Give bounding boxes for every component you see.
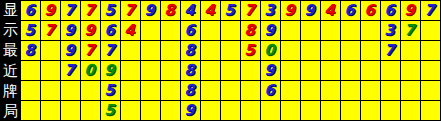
- digit: 9: [84, 23, 94, 38]
- cell-r5-c10: [201, 81, 220, 100]
- cell-r1-c15: 9: [301, 1, 320, 20]
- cell-r5-c11: [221, 81, 240, 100]
- digit: 8: [244, 23, 254, 38]
- cell-r2-c7: [141, 21, 160, 40]
- cell-r3-c21: [421, 41, 440, 60]
- cell-r2-c3: 9: [61, 21, 80, 40]
- cell-r6-c10: [201, 101, 220, 120]
- board-grid: 6977579844573994666975799646893789778507…: [21, 0, 441, 121]
- digit: 6: [364, 3, 374, 18]
- cell-r4-c11: [221, 61, 240, 80]
- cell-r3-c3: 9: [61, 41, 80, 60]
- cell-r3-c10: [201, 41, 220, 60]
- cell-r2-c15: [301, 21, 320, 40]
- digit: 8: [184, 83, 194, 98]
- cell-r4-c10: [201, 61, 220, 80]
- cell-r5-c16: [321, 81, 340, 100]
- cell-r2-c11: [221, 21, 240, 40]
- digit: 6: [384, 3, 394, 18]
- digit: 8: [184, 43, 194, 58]
- cell-r3-c15: [301, 41, 320, 60]
- cell-r3-c13: 0: [261, 41, 280, 60]
- digit: 6: [264, 83, 274, 98]
- cell-r1-c17: 6: [341, 1, 360, 20]
- cell-r5-c4: [81, 81, 100, 100]
- cell-r2-c18: [361, 21, 380, 40]
- cell-r4-c9: 8: [181, 61, 200, 80]
- title-char: 近: [0, 61, 21, 81]
- cell-r3-c19: 7: [381, 41, 400, 60]
- cell-r5-c9: 8: [181, 81, 200, 100]
- cell-r6-c5: 5: [101, 101, 120, 120]
- cell-r5-c12: [241, 81, 260, 100]
- cell-r1-c6: 7: [121, 1, 140, 20]
- cell-r5-c18: [361, 81, 380, 100]
- cell-r2-c4: 9: [81, 21, 100, 40]
- cell-r5-c20: [401, 81, 420, 100]
- digit: 9: [304, 3, 314, 18]
- cell-r5-c1: [21, 81, 40, 100]
- cell-r1-c8: 8: [161, 1, 180, 20]
- digit: 6: [184, 23, 194, 38]
- cell-r6-c14: [281, 101, 300, 120]
- cell-r1-c19: 6: [381, 1, 400, 20]
- digit: 9: [144, 3, 154, 18]
- cell-r1-c13: 3: [261, 1, 280, 20]
- digit: 7: [384, 43, 394, 58]
- cell-r2-c1: 5: [21, 21, 40, 40]
- cell-r6-c3: [61, 101, 80, 120]
- cell-r2-c19: 3: [381, 21, 400, 40]
- cell-r4-c12: [241, 61, 260, 80]
- cell-r1-c2: 9: [41, 1, 60, 20]
- cell-r4-c5: 9: [101, 61, 120, 80]
- cell-r1-c4: 7: [81, 1, 100, 20]
- cell-r6-c7: [141, 101, 160, 120]
- cell-r3-c12: 5: [241, 41, 260, 60]
- cell-r1-c16: 4: [321, 1, 340, 20]
- cell-r5-c17: [341, 81, 360, 100]
- cell-r4-c3: 7: [61, 61, 80, 80]
- digit: 0: [264, 43, 274, 58]
- digit: 8: [164, 3, 174, 18]
- digit: 0: [84, 63, 94, 78]
- cell-r3-c8: [161, 41, 180, 60]
- cell-r4-c18: [361, 61, 380, 80]
- cell-r2-c21: [421, 21, 440, 40]
- cell-r1-c10: 4: [201, 1, 220, 20]
- cell-r2-c13: 9: [261, 21, 280, 40]
- cell-r2-c17: [341, 21, 360, 40]
- cell-r6-c9: 9: [181, 101, 200, 120]
- digit: 7: [64, 63, 74, 78]
- cell-r5-c6: [121, 81, 140, 100]
- cell-r3-c14: [281, 41, 300, 60]
- digit: 5: [244, 43, 254, 58]
- cell-r4-c7: [141, 61, 160, 80]
- cell-r4-c14: [281, 61, 300, 80]
- title-char: 显: [0, 0, 21, 20]
- digit: 4: [184, 3, 194, 18]
- digit: 5: [104, 83, 114, 98]
- cell-r2-c10: [201, 21, 220, 40]
- digit: 9: [404, 3, 414, 18]
- digit: 9: [104, 63, 114, 78]
- digit: 5: [104, 3, 114, 18]
- cell-r3-c6: [121, 41, 140, 60]
- digit: 7: [64, 3, 74, 18]
- cell-r2-c5: 6: [101, 21, 120, 40]
- digit: 9: [264, 63, 274, 78]
- cell-r5-c8: [161, 81, 180, 100]
- board-title-vertical: 显 示 最 近 牌 局: [0, 0, 21, 121]
- cell-r3-c4: 7: [81, 41, 100, 60]
- cell-r3-c16: [321, 41, 340, 60]
- digit: 7: [244, 3, 254, 18]
- cell-r6-c17: [341, 101, 360, 120]
- cell-r3-c2: [41, 41, 60, 60]
- digit: 4: [324, 3, 334, 18]
- cell-r1-c5: 5: [101, 1, 120, 20]
- digit: 3: [384, 23, 394, 38]
- cell-r2-c2: 7: [41, 21, 60, 40]
- cell-r2-c6: 4: [121, 21, 140, 40]
- cell-r2-c12: 8: [241, 21, 260, 40]
- cell-r4-c17: [341, 61, 360, 80]
- cell-r1-c14: 9: [281, 1, 300, 20]
- cell-r3-c20: [401, 41, 420, 60]
- digit: 3: [264, 3, 274, 18]
- digit: 8: [184, 63, 194, 78]
- cell-r1-c20: 9: [401, 1, 420, 20]
- cell-r6-c18: [361, 101, 380, 120]
- digit: 5: [104, 103, 114, 118]
- cell-r5-c19: [381, 81, 400, 100]
- title-char: 局: [0, 101, 21, 121]
- cell-r5-c15: [301, 81, 320, 100]
- cell-r6-c13: [261, 101, 280, 120]
- cell-r1-c21: 7: [421, 1, 440, 20]
- cell-r3-c1: 8: [21, 41, 40, 60]
- digit: 9: [64, 23, 74, 38]
- digit: 6: [24, 3, 34, 18]
- cell-r3-c11: [221, 41, 240, 60]
- recent-rounds-board: 显 示 最 近 牌 局 6977579844573994666975799646…: [0, 0, 441, 121]
- cell-r5-c3: [61, 81, 80, 100]
- digit: 9: [184, 103, 194, 118]
- digit: 9: [284, 3, 294, 18]
- digit: 7: [124, 3, 134, 18]
- cell-r6-c12: [241, 101, 260, 120]
- digit: 7: [424, 3, 434, 18]
- cell-r1-c12: 7: [241, 1, 260, 20]
- cell-r5-c21: [421, 81, 440, 100]
- digit: 8: [24, 43, 34, 58]
- cell-r4-c8: [161, 61, 180, 80]
- cell-r6-c2: [41, 101, 60, 120]
- cell-r5-c2: [41, 81, 60, 100]
- cell-r2-c8: [161, 21, 180, 40]
- digit: 4: [124, 23, 134, 38]
- digit: 7: [84, 3, 94, 18]
- cell-r1-c9: 4: [181, 1, 200, 20]
- cell-r5-c13: 6: [261, 81, 280, 100]
- cell-r2-c9: 6: [181, 21, 200, 40]
- cell-r4-c6: [121, 61, 140, 80]
- title-char: 示: [0, 20, 21, 40]
- cell-r6-c20: [401, 101, 420, 120]
- cell-r6-c8: [161, 101, 180, 120]
- cell-r3-c17: [341, 41, 360, 60]
- cell-r2-c14: [281, 21, 300, 40]
- title-char: 最: [0, 40, 21, 60]
- cell-r6-c19: [381, 101, 400, 120]
- cell-r1-c11: 5: [221, 1, 240, 20]
- cell-r6-c15: [301, 101, 320, 120]
- digit: 7: [104, 43, 114, 58]
- digit: 7: [44, 23, 54, 38]
- digit: 9: [64, 43, 74, 58]
- cell-r1-c1: 6: [21, 1, 40, 20]
- cell-r6-c4: [81, 101, 100, 120]
- digit: 9: [44, 3, 54, 18]
- cell-r4-c1: [21, 61, 40, 80]
- cell-r3-c18: [361, 41, 380, 60]
- cell-r3-c9: 8: [181, 41, 200, 60]
- cell-r4-c2: [41, 61, 60, 80]
- cell-r4-c16: [321, 61, 340, 80]
- digit: 6: [344, 3, 354, 18]
- cell-r6-c11: [221, 101, 240, 120]
- digit: 6: [104, 23, 114, 38]
- digit: 7: [404, 23, 414, 38]
- cell-r4-c4: 0: [81, 61, 100, 80]
- cell-r4-c15: [301, 61, 320, 80]
- cell-r1-c7: 9: [141, 1, 160, 20]
- digit: 5: [224, 3, 234, 18]
- digit: 9: [264, 23, 274, 38]
- cell-r5-c7: [141, 81, 160, 100]
- cell-r2-c16: [321, 21, 340, 40]
- digit: 4: [204, 3, 214, 18]
- cell-r3-c7: [141, 41, 160, 60]
- digit: 7: [84, 43, 94, 58]
- cell-r4-c19: [381, 61, 400, 80]
- title-char: 牌: [0, 81, 21, 101]
- cell-r1-c3: 7: [61, 1, 80, 20]
- cell-r6-c16: [321, 101, 340, 120]
- cell-r2-c20: 7: [401, 21, 420, 40]
- cell-r5-c5: 5: [101, 81, 120, 100]
- cell-r1-c18: 6: [361, 1, 380, 20]
- cell-r6-c1: [21, 101, 40, 120]
- cell-r3-c5: 7: [101, 41, 120, 60]
- cell-r4-c21: [421, 61, 440, 80]
- cell-r4-c13: 9: [261, 61, 280, 80]
- cell-r5-c14: [281, 81, 300, 100]
- cell-r6-c6: [121, 101, 140, 120]
- cell-r6-c21: [421, 101, 440, 120]
- cell-r4-c20: [401, 61, 420, 80]
- digit: 5: [24, 23, 34, 38]
